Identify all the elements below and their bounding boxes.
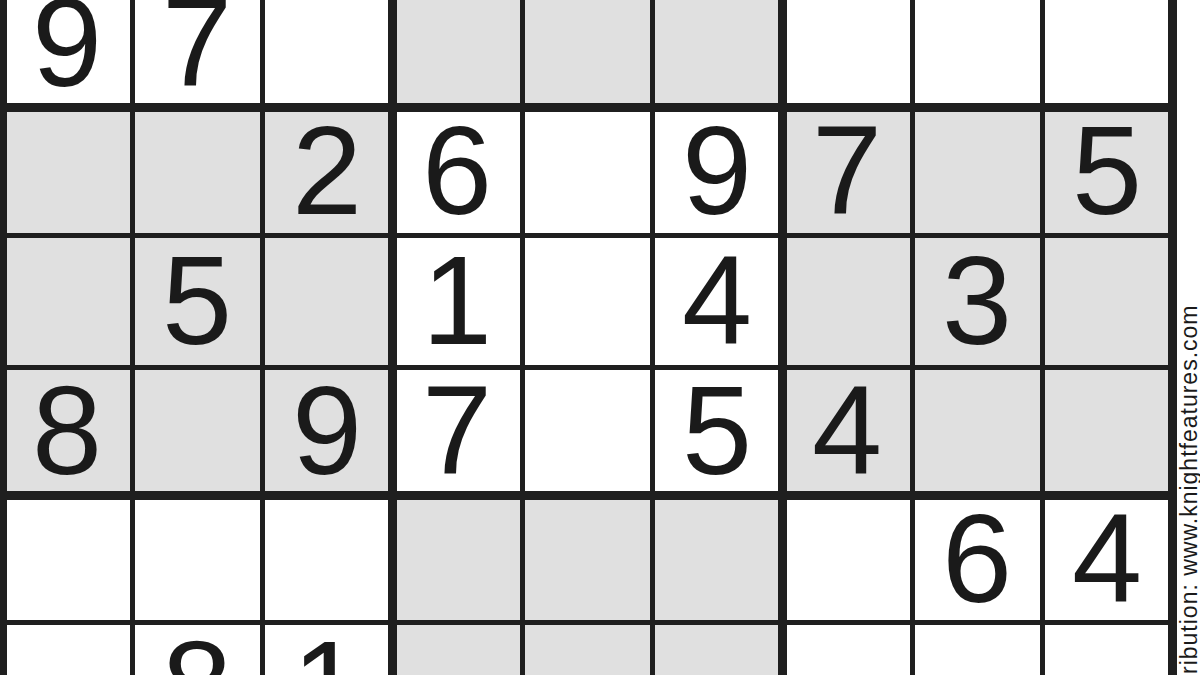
given-digit-r8c3: 1 [262, 622, 392, 675]
given-digit-r6c7: 4 [782, 367, 912, 495]
sudoku-cell-r5c5[interactable] [522, 235, 652, 367]
sudoku-cell-r6c9[interactable] [1042, 367, 1172, 495]
given-digit-r7c8: 6 [912, 495, 1042, 622]
sudoku-cell-r7c7[interactable] [782, 495, 912, 622]
sudoku-cell-r5c3[interactable] [262, 235, 392, 367]
sudoku-cell-r4c8[interactable] [912, 107, 1042, 235]
credit-vertical-text: ribution: www.knightfeatures.com [1176, 305, 1200, 675]
given-digit-r8c2: 8 [132, 622, 262, 675]
sudoku-cell-r7c1[interactable] [2, 495, 132, 622]
given-digit-r5c8: 3 [912, 235, 1042, 367]
given-digit-r3c1: 9 [2, 0, 132, 107]
sudoku-cell-r4c5[interactable] [522, 107, 652, 235]
sudoku-cell-r7c6[interactable] [652, 495, 782, 622]
sudoku-cell-r7c3[interactable] [262, 495, 392, 622]
sudoku-cell-r6c5[interactable] [522, 367, 652, 495]
sudoku-cell-r3c9[interactable] [1042, 0, 1172, 107]
sudoku-cell-r5c9[interactable] [1042, 235, 1172, 367]
sudoku-cell-r3c4[interactable] [392, 0, 522, 107]
sudoku-cell-r8c8[interactable] [912, 622, 1042, 675]
given-digit-r5c4: 1 [392, 235, 522, 367]
sudoku-cell-r8c5[interactable] [522, 622, 652, 675]
given-digit-r6c6: 5 [652, 367, 782, 495]
sudoku-cell-r7c2[interactable] [132, 495, 262, 622]
given-digit-r4c4: 6 [392, 107, 522, 235]
sudoku-cell-r3c6[interactable] [652, 0, 782, 107]
sudoku-cell-r6c2[interactable] [132, 367, 262, 495]
sudoku-cell-r7c4[interactable] [392, 495, 522, 622]
sudoku-board: 97269755143897546481 [0, 0, 1200, 675]
given-digit-r4c3: 2 [262, 107, 392, 235]
given-digit-r7c9: 4 [1042, 495, 1172, 622]
given-digit-r4c6: 9 [652, 107, 782, 235]
sudoku-cell-r8c4[interactable] [392, 622, 522, 675]
given-digit-r6c1: 8 [2, 367, 132, 495]
sudoku-cell-r3c3[interactable] [262, 0, 392, 107]
sudoku-cell-r4c1[interactable] [2, 107, 132, 235]
given-digit-r5c2: 5 [132, 235, 262, 367]
sudoku-cell-r8c1[interactable] [2, 622, 132, 675]
given-digit-r6c3: 9 [262, 367, 392, 495]
given-digit-r4c9: 5 [1042, 107, 1172, 235]
sudoku-cell-r8c7[interactable] [782, 622, 912, 675]
sudoku-cell-r3c7[interactable] [782, 0, 912, 107]
sudoku-cell-r3c8[interactable] [912, 0, 1042, 107]
given-digit-r3c2: 7 [132, 0, 262, 107]
sudoku-cell-r8c6[interactable] [652, 622, 782, 675]
sudoku-puzzle-crop: 97269755143897546481 ribution: www.knigh… [0, 0, 1200, 675]
sudoku-cell-r5c1[interactable] [2, 235, 132, 367]
sudoku-cell-r3c5[interactable] [522, 0, 652, 107]
given-digit-r6c4: 7 [392, 367, 522, 495]
given-digit-r4c7: 7 [782, 107, 912, 235]
sudoku-cell-r4c2[interactable] [132, 107, 262, 235]
sudoku-cell-r7c5[interactable] [522, 495, 652, 622]
given-digit-r5c6: 4 [652, 235, 782, 367]
sudoku-cell-r8c9[interactable] [1042, 622, 1172, 675]
sudoku-cell-r5c7[interactable] [782, 235, 912, 367]
sudoku-cell-r6c8[interactable] [912, 367, 1042, 495]
